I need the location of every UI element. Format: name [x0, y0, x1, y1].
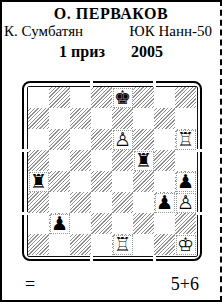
square-f5: ♜ [133, 150, 154, 171]
white-rook-icon: ♖ [175, 129, 196, 150]
tourney: ЮК Нанн-50 [129, 23, 212, 40]
square-b4 [49, 171, 70, 192]
frame-notch [196, 149, 202, 152]
square-e2 [112, 213, 133, 234]
square-d6 [91, 129, 112, 150]
square-h5 [175, 150, 196, 171]
square-e4 [112, 171, 133, 192]
square-a7 [28, 108, 49, 129]
white-pawn-icon: ♙ [175, 192, 196, 213]
square-h4: ♟ [175, 171, 196, 192]
square-a1 [28, 234, 49, 255]
black-pawn-icon: ♟ [154, 192, 175, 213]
white-king-icon: ♔ [175, 234, 196, 255]
frame-notch [153, 81, 156, 87]
square-e6: ♙ [112, 129, 133, 150]
coauthor-tourney-line: К. Сумбатян ЮК Нанн-50 [2, 23, 220, 40]
square-e5 [112, 150, 133, 171]
frame-notch [90, 255, 93, 261]
square-c5 [70, 150, 91, 171]
square-b6 [49, 129, 70, 150]
square-h7 [175, 108, 196, 129]
square-f1 [133, 234, 154, 255]
square-b3 [49, 192, 70, 213]
black-rook-icon: ♜ [133, 150, 154, 171]
square-d3 [91, 192, 112, 213]
square-c6 [70, 129, 91, 150]
square-g2 [154, 213, 175, 234]
black-king-icon: ♚ [112, 87, 133, 108]
square-g8 [154, 87, 175, 108]
coauthor: К. Сумбатян [4, 23, 83, 40]
white-pawn-icon: ♙ [112, 129, 133, 150]
square-d8 [91, 87, 112, 108]
square-d1 [91, 234, 112, 255]
frame-notch [22, 149, 28, 152]
square-a8 [28, 87, 49, 108]
square-a4: ♜ [28, 171, 49, 192]
award: 1 приз [59, 43, 105, 61]
material-count: 5+6 [171, 274, 199, 295]
square-f2 [133, 213, 154, 234]
square-g7 [154, 108, 175, 129]
square-c8 [70, 87, 91, 108]
square-d4 [91, 171, 112, 192]
square-b1 [49, 234, 70, 255]
frame-notch [196, 212, 202, 215]
square-a2 [28, 213, 49, 234]
black-pawn-icon: ♟ [175, 171, 196, 192]
square-e1: ♖ [112, 234, 133, 255]
square-g3: ♟ [154, 192, 175, 213]
square-b8 [49, 87, 70, 108]
year: 2005 [131, 43, 163, 61]
frame-notch [22, 212, 28, 215]
square-f3 [133, 192, 154, 213]
square-c7 [70, 108, 91, 129]
square-h6: ♖ [175, 129, 196, 150]
study-card: О. ПЕРВАКОВ К. Сумбатян ЮК Нанн-50 1 при… [0, 0, 222, 302]
square-f6 [133, 129, 154, 150]
square-e8: ♚ [112, 87, 133, 108]
square-b2: ♟ [49, 213, 70, 234]
square-c4 [70, 171, 91, 192]
square-c3 [70, 192, 91, 213]
square-d2 [91, 213, 112, 234]
square-a5 [28, 150, 49, 171]
square-c2 [70, 213, 91, 234]
square-f4 [133, 171, 154, 192]
square-g4 [154, 171, 175, 192]
square-a3 [28, 192, 49, 213]
black-rook-icon: ♜ [28, 171, 49, 192]
author-line: О. ПЕРВАКОВ [2, 5, 220, 23]
square-h2 [175, 213, 196, 234]
caption-line: = 5+6 [2, 274, 220, 295]
white-rook-icon: ♖ [112, 234, 133, 255]
square-d7 [91, 108, 112, 129]
square-b5 [49, 150, 70, 171]
square-d5 [91, 150, 112, 171]
square-g6 [154, 129, 175, 150]
frame-notch [90, 81, 93, 87]
award-line: 1 приз 2005 [2, 43, 220, 61]
square-h8 [175, 87, 196, 108]
square-c1 [70, 234, 91, 255]
board-grid: ♚♙♖♜♜♟♟♙♟♖♔ [28, 87, 196, 255]
square-g5 [154, 150, 175, 171]
square-h1: ♔ [175, 234, 196, 255]
square-f8 [133, 87, 154, 108]
chess-board: ♚♙♖♜♜♟♟♙♟♖♔ [22, 81, 202, 261]
stipulation: = [25, 274, 35, 295]
square-e7 [112, 108, 133, 129]
square-e3 [112, 192, 133, 213]
square-f7 [133, 108, 154, 129]
frame-notch [153, 255, 156, 261]
black-pawn-icon: ♟ [49, 213, 70, 234]
square-b7 [49, 108, 70, 129]
square-a6 [28, 129, 49, 150]
square-h3: ♙ [175, 192, 196, 213]
square-g1 [154, 234, 175, 255]
